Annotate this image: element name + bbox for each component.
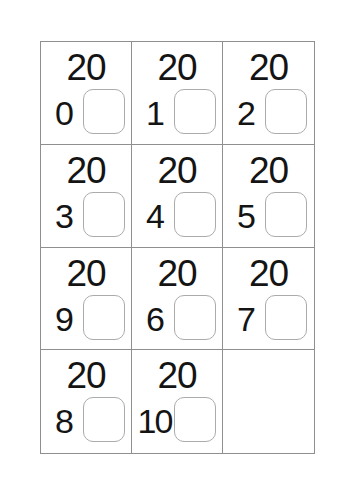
answer-box [83,89,125,134]
flashcard-cell-4: 20 4 [132,145,223,248]
bond-total: 20 [223,255,314,292]
flashcard-cell-1: 20 1 [132,42,223,145]
flashcard-cell-9: 20 8 [41,350,132,453]
bond-addend: 7 [227,302,264,336]
bond-total: 20 [41,152,131,189]
answer-box [265,295,307,340]
flashcard-cell-8: 20 7 [223,248,314,351]
bond-addend: 10 [136,404,173,438]
flashcard-cell-3: 20 3 [41,145,132,248]
bond-total: 20 [132,49,222,86]
bond-addend: 5 [227,199,264,233]
answer-box [174,397,216,442]
empty-cell [223,350,314,453]
bond-total: 20 [132,255,222,292]
answer-box [265,192,307,237]
flashcard-cell-5: 20 5 [223,145,314,248]
answer-box [83,295,125,340]
bond-total: 20 [132,152,222,189]
bond-total: 20 [41,255,131,292]
flashcard-cell-0: 20 0 [41,42,132,145]
flashcard-cell-10: 20 10 [132,350,223,453]
bond-addend: 1 [136,96,173,130]
flashcard-grid: 20 0 20 1 20 2 20 3 20 4 20 5 [40,41,315,454]
bond-addend: 8 [45,404,82,438]
bond-total: 20 [132,357,222,394]
answer-box [265,89,307,134]
answer-box [83,192,125,237]
bond-total: 20 [41,49,131,86]
bond-addend: 9 [45,302,82,336]
flashcard-cell-2: 20 2 [223,42,314,145]
bond-addend: 3 [45,199,82,233]
bond-addend: 0 [45,96,82,130]
flashcard-cell-6: 20 9 [41,248,132,351]
bond-addend: 4 [136,199,173,233]
bond-total: 20 [223,152,314,189]
answer-box [83,397,125,442]
answer-box [174,295,216,340]
answer-box [174,89,216,134]
bond-addend: 2 [227,96,264,130]
worksheet-page: 20 0 20 1 20 2 20 3 20 4 20 5 [0,0,354,500]
bond-addend: 6 [136,302,173,336]
answer-box [174,192,216,237]
bond-total: 20 [41,357,131,394]
bond-total: 20 [223,49,314,86]
flashcard-cell-7: 20 6 [132,248,223,351]
